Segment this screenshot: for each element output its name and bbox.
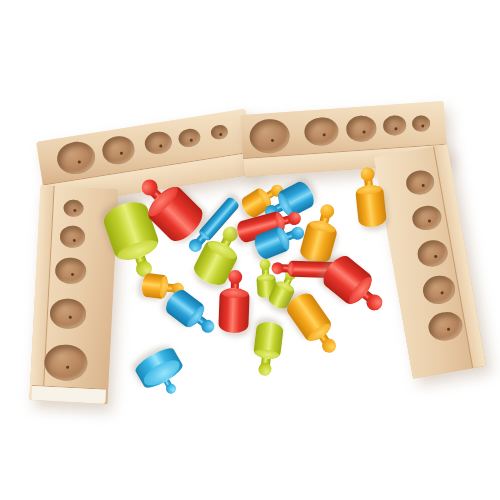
cylinder-top-face (307, 219, 336, 235)
hole-center-dot (77, 160, 80, 163)
cylinder-top-face (288, 261, 293, 276)
hole-center-dot (427, 219, 430, 222)
cylinder-body (252, 320, 283, 360)
knob-ball (259, 259, 271, 271)
socket-hole (59, 225, 85, 248)
cylinder-body (141, 273, 170, 300)
hole-center-dot (119, 152, 122, 155)
knob-ball (228, 269, 242, 283)
knob-ball (271, 261, 283, 273)
hole-center-dot (421, 183, 424, 186)
cylinder-body (132, 344, 185, 392)
cylinder-top-face (275, 280, 295, 293)
cylinder-body (355, 184, 387, 229)
hole-center-dot (159, 144, 162, 147)
hole-center-dot (447, 327, 450, 330)
hole-center-dot (66, 365, 69, 368)
hole-center-dot (422, 125, 425, 128)
product-photo (0, 0, 500, 500)
hole-center-dot (219, 133, 222, 136)
cylinder-top-face (356, 185, 382, 196)
hole-center-dot (440, 291, 443, 294)
cylinder-top-face (254, 348, 279, 359)
cylinder-body (298, 218, 339, 267)
cylinder-red-medium (218, 269, 250, 333)
cylinder-top-face (158, 276, 168, 298)
hole-center-dot (395, 127, 398, 130)
cylinder-cyan-cup (132, 344, 192, 404)
block-end-face (31, 384, 106, 403)
cylinder-lime-bottom (250, 320, 283, 377)
hole-center-dot (71, 272, 74, 275)
hole-center-dot (362, 131, 365, 134)
knob-ball (257, 362, 271, 376)
hole-center-dot (271, 139, 274, 142)
cylinder-top-face (221, 288, 248, 298)
cylinder-top-face (141, 356, 184, 390)
cylinder-orange-diag (283, 289, 345, 360)
cylinder-body (218, 287, 250, 333)
hole-center-dot (74, 209, 77, 212)
hole-center-dot (68, 316, 71, 319)
hole-center-dot (322, 134, 325, 137)
knob-ball (360, 166, 375, 181)
wood-block-right (374, 144, 486, 378)
hole-center-dot (434, 254, 437, 257)
hole-center-dot (190, 139, 193, 142)
hole-center-dot (72, 238, 75, 241)
